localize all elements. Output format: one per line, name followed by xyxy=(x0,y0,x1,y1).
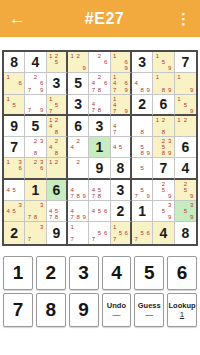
cell-value: 7 xyxy=(160,160,168,176)
cell-r9c7[interactable]: 567 xyxy=(132,222,153,243)
pencil-marks: 478 xyxy=(89,95,109,114)
pencil-marks: 4578 xyxy=(89,180,109,200)
cell-r9c3[interactable]: 9 xyxy=(47,222,68,243)
cell-r8c4[interactable]: 4789 xyxy=(68,201,89,222)
cell-r2c1[interactable]: 16 xyxy=(4,73,25,94)
cell-value: 3 xyxy=(52,75,60,91)
pencil-marks: 489 xyxy=(132,73,152,93)
pencil-marks: 567 xyxy=(89,222,109,243)
cell-r2c3[interactable]: 3 xyxy=(47,73,68,94)
cell-r7c5[interactable]: 4578 xyxy=(89,180,110,201)
pencil-marks: 4789 xyxy=(68,180,88,200)
cell-r4c2[interactable]: 5 xyxy=(25,116,46,137)
pencil-marks: 4789 xyxy=(68,201,88,221)
cell-r7c7[interactable]: 579 xyxy=(132,180,153,201)
pencil-marks: 1567 xyxy=(111,222,130,243)
pencil-marks: 125 xyxy=(47,52,66,72)
cell-r8c3[interactable]: 4578 xyxy=(47,201,68,222)
cell-r1c9[interactable]: 7 xyxy=(175,52,196,73)
cell-r5c6[interactable]: 45 xyxy=(111,137,132,158)
cell-r3c5[interactable]: 478 xyxy=(89,95,110,116)
cell-value: 3 xyxy=(138,54,146,70)
cell-r4c6[interactable]: 47 xyxy=(111,116,132,137)
cell-r6c8[interactable]: 7 xyxy=(153,158,174,179)
cell-value: 9 xyxy=(10,118,18,134)
cell-r2c2[interactable]: 2679 xyxy=(25,73,46,94)
cell-r8c7[interactable]: 1 xyxy=(132,201,153,222)
pencil-marks: 24678 xyxy=(89,73,109,93)
cell-r6c5[interactable]: 9 xyxy=(89,158,110,179)
pencil-marks: 8 xyxy=(132,116,152,136)
cell-r3c4[interactable]: 3 xyxy=(68,95,89,116)
pencil-marks: 359 xyxy=(153,201,173,221)
cell-r1c5[interactable]: 26 xyxy=(89,52,110,73)
cell-r5c8[interactable]: 23589 xyxy=(153,137,174,158)
cell-value: 6 xyxy=(52,182,60,198)
key-7[interactable]: 7 xyxy=(3,293,33,327)
cell-r6c4[interactable]: 2 xyxy=(68,158,89,179)
cell-r5c2[interactable]: 238 xyxy=(25,137,46,158)
pencil-marks: 12 xyxy=(175,116,196,136)
key-8[interactable]: 8 xyxy=(36,293,66,327)
cell-r2c5[interactable]: 24678 xyxy=(89,73,110,94)
cell-value: 8 xyxy=(10,54,18,70)
puzzle-title: #E27 xyxy=(33,10,176,28)
cell-value: 6 xyxy=(160,96,168,112)
key-4[interactable]: 4 xyxy=(102,256,132,290)
cell-r5c4[interactable]: 24 xyxy=(68,137,89,158)
cell-r3c9[interactable]: 159 xyxy=(175,95,196,116)
pencil-marks: 15 xyxy=(4,95,24,114)
cell-r8c8[interactable]: 359 xyxy=(153,201,174,222)
cell-value: 7 xyxy=(181,54,189,70)
cell-r2c8[interactable]: 189 xyxy=(153,73,174,94)
cell-r1c8[interactable]: 159 xyxy=(153,52,174,73)
cell-r4c4[interactable]: 6 xyxy=(68,116,89,137)
app-bar: ← #E27 ⋮ xyxy=(0,0,200,37)
pencil-marks: 456 xyxy=(89,201,109,221)
cell-value: 2 xyxy=(138,96,146,112)
cell-r8c6[interactable]: 2 xyxy=(111,201,132,222)
pencil-marks: 2 xyxy=(68,158,88,177)
cell-r3c6[interactable]: 1479 xyxy=(111,95,132,116)
pencil-marks: 45 xyxy=(111,137,130,157)
cell-r9c6[interactable]: 1567 xyxy=(111,222,132,243)
cell-r5c7[interactable]: 589 xyxy=(132,137,153,158)
back-arrow-icon[interactable]: ← xyxy=(0,9,33,29)
lookup-button[interactable]: Lookup1 xyxy=(167,293,197,327)
cell-value: 7 xyxy=(10,139,18,155)
cell-r1c4[interactable]: 129 xyxy=(68,52,89,73)
cell-r4c1[interactable]: 9 xyxy=(4,116,25,137)
guess-button[interactable]: Guess— xyxy=(134,293,164,327)
cell-r7c8[interactable]: 259 xyxy=(153,180,174,201)
cell-value: 5 xyxy=(74,75,82,91)
cell-r8c1[interactable]: 345 xyxy=(4,201,25,222)
pencil-marks: 19 xyxy=(175,73,196,93)
key-6[interactable]: 6 xyxy=(167,256,197,290)
sudoku-board: 8412512926169315971626793524678146794891… xyxy=(2,50,198,246)
pencil-marks: 136 xyxy=(4,158,24,177)
cell-r4c7[interactable]: 8 xyxy=(132,116,153,137)
cell-r6c9[interactable]: 4 xyxy=(175,158,196,179)
cell-value: 9 xyxy=(96,160,104,176)
key-1[interactable]: 1 xyxy=(3,256,33,290)
cell-r1c3[interactable]: 125 xyxy=(47,52,68,73)
pencil-marks: 14679 xyxy=(111,73,130,93)
cell-r3c7[interactable]: 2 xyxy=(132,95,153,116)
cell-r6c1[interactable]: 136 xyxy=(4,158,25,179)
pencil-marks: 236 xyxy=(25,158,45,177)
cell-value: 3 xyxy=(116,182,124,198)
pencil-marks: 23589 xyxy=(153,137,173,157)
pencil-marks: 579 xyxy=(132,180,152,200)
cell-value: 1 xyxy=(96,139,104,155)
pencil-marks: 345 xyxy=(4,201,24,221)
cell-r5c3[interactable]: 248 xyxy=(47,137,68,158)
cell-r6c7[interactable]: 5 xyxy=(132,158,153,179)
cell-r3c8[interactable]: 6 xyxy=(153,95,174,116)
cell-r1c1[interactable]: 8 xyxy=(4,52,25,73)
cell-value: 1 xyxy=(138,203,146,219)
pencil-marks: 159 xyxy=(153,52,173,72)
cell-value: 4 xyxy=(160,225,168,241)
cell-r4c8[interactable]: 128 xyxy=(153,116,174,137)
pencil-marks: 5 xyxy=(132,158,152,177)
pencil-marks: 16 xyxy=(4,73,24,93)
cell-r1c2[interactable]: 4 xyxy=(25,52,46,73)
keypad: 123456789Undo—Guess—Lookup1 xyxy=(3,256,197,327)
key-3[interactable]: 3 xyxy=(69,256,99,290)
pencil-marks: 45 xyxy=(4,180,24,200)
pencil-marks: 12 xyxy=(47,158,66,177)
cell-r9c9[interactable]: 8 xyxy=(175,222,196,243)
pencil-marks: 17 xyxy=(68,222,88,243)
key-5[interactable]: 5 xyxy=(134,256,164,290)
key-9[interactable]: 9 xyxy=(69,293,99,327)
cell-r9c8[interactable]: 4 xyxy=(153,222,174,243)
cell-r5c5[interactable]: 1 xyxy=(89,137,110,158)
pencil-marks: 79 xyxy=(25,95,45,114)
cell-r6c3[interactable]: 12 xyxy=(47,158,68,179)
overflow-menu-icon[interactable]: ⋮ xyxy=(176,10,200,28)
cell-r3c2[interactable]: 79 xyxy=(25,95,46,116)
cell-r4c5[interactable]: 3 xyxy=(89,116,110,137)
cell-value: 9 xyxy=(52,225,60,241)
cell-value: 2 xyxy=(10,225,18,241)
cell-value: 8 xyxy=(181,225,189,241)
cell-r2c6[interactable]: 14679 xyxy=(111,73,132,94)
pencil-marks: 248 xyxy=(47,137,66,157)
cell-r2c9[interactable]: 19 xyxy=(175,73,196,94)
pencil-marks: 157 xyxy=(47,95,66,114)
cell-r1c7[interactable]: 3 xyxy=(132,52,153,73)
pencil-marks: 128 xyxy=(153,116,173,136)
cell-r2c4[interactable]: 5 xyxy=(68,73,89,94)
pencil-marks: 378 xyxy=(25,201,45,221)
cell-r5c1[interactable]: 7 xyxy=(4,137,25,158)
pencil-marks: 589 xyxy=(132,137,152,157)
pencil-marks: 359 xyxy=(175,201,196,221)
cell-r7c2[interactable]: 1 xyxy=(25,180,46,201)
pencil-marks: 129 xyxy=(68,52,88,72)
cell-r7c4[interactable]: 4789 xyxy=(68,180,89,201)
cell-r1c6[interactable]: 169 xyxy=(111,52,132,73)
cell-r9c2[interactable]: 37 xyxy=(25,222,46,243)
cell-value: 3 xyxy=(96,118,104,134)
cell-r8c5[interactable]: 456 xyxy=(89,201,110,222)
cell-r9c4[interactable]: 17 xyxy=(68,222,89,243)
cell-r2c7[interactable]: 489 xyxy=(132,73,153,94)
pencil-marks: 1248 xyxy=(47,116,66,136)
cell-r8c9[interactable]: 359 xyxy=(175,201,196,222)
cell-value: 6 xyxy=(74,118,82,134)
cell-value: 5 xyxy=(32,118,40,134)
cell-r9c5[interactable]: 567 xyxy=(89,222,110,243)
pencil-marks: 47 xyxy=(111,116,130,136)
cell-r7c1[interactable]: 45 xyxy=(4,180,25,201)
cell-r4c3[interactable]: 1248 xyxy=(47,116,68,137)
undo-button[interactable]: Undo— xyxy=(102,293,132,327)
cell-r7c9[interactable]: 259 xyxy=(175,180,196,201)
cell-r6c6[interactable]: 8 xyxy=(111,158,132,179)
pencil-marks: 1479 xyxy=(111,95,130,114)
pencil-marks: 567 xyxy=(132,222,152,243)
cell-value: 6 xyxy=(181,139,189,155)
cell-r3c1[interactable]: 15 xyxy=(4,95,25,116)
cell-value: 8 xyxy=(116,160,124,176)
pencil-marks: 259 xyxy=(175,180,196,200)
pencil-marks: 24 xyxy=(68,137,88,157)
pencil-marks: 4578 xyxy=(47,201,66,221)
cell-r3c3[interactable]: 157 xyxy=(47,95,68,116)
pencil-marks: 159 xyxy=(175,95,196,114)
pencil-marks: 169 xyxy=(111,52,130,72)
cell-value: 2 xyxy=(116,203,124,219)
cell-r7c6[interactable]: 3 xyxy=(111,180,132,201)
cell-value: 1 xyxy=(32,182,40,198)
cell-value: 4 xyxy=(181,160,189,176)
pencil-marks: 238 xyxy=(25,137,45,157)
cell-r8c2[interactable]: 378 xyxy=(25,201,46,222)
cell-r4c9[interactable]: 12 xyxy=(175,116,196,137)
pencil-marks: 189 xyxy=(153,73,173,93)
key-2[interactable]: 2 xyxy=(36,256,66,290)
pencil-marks: 26 xyxy=(89,52,109,72)
cell-value: 3 xyxy=(74,96,82,112)
cell-r7c3[interactable]: 6 xyxy=(47,180,68,201)
cell-r5c9[interactable]: 6 xyxy=(175,137,196,158)
pencil-marks: 2679 xyxy=(25,73,45,93)
cell-r6c2[interactable]: 236 xyxy=(25,158,46,179)
cell-r9c1[interactable]: 2 xyxy=(4,222,25,243)
pencil-marks: 37 xyxy=(25,222,45,243)
cell-value: 4 xyxy=(32,54,40,70)
pencil-marks: 259 xyxy=(153,180,173,200)
